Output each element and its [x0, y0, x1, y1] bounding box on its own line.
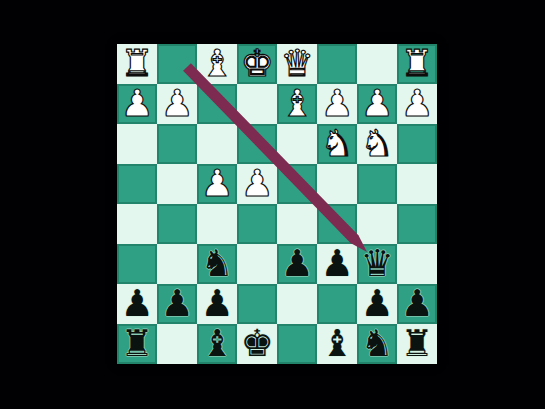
white-pawn[interactable]: ♟ — [200, 165, 233, 202]
square-d6[interactable]: ♟ — [277, 244, 317, 284]
video-frame: ♜♝♚♛♜♟♟♝♟♟♟♞♞♟♟♞♟♟♛♟♟♟♟♟♜♝♚♝♞♜ — [0, 0, 545, 409]
white-pawn[interactable]: ♟ — [400, 85, 433, 122]
square-e1[interactable]: ♚ — [237, 44, 277, 84]
square-d1[interactable]: ♛ — [277, 44, 317, 84]
white-bishop[interactable]: ♝ — [280, 85, 313, 122]
square-b3[interactable]: ♞ — [357, 124, 397, 164]
square-d4[interactable] — [277, 164, 317, 204]
square-f1[interactable]: ♝ — [197, 44, 237, 84]
square-c8[interactable]: ♝ — [317, 324, 357, 364]
square-f7[interactable]: ♟ — [197, 284, 237, 324]
square-e6[interactable] — [237, 244, 277, 284]
square-g7[interactable]: ♟ — [157, 284, 197, 324]
black-bishop[interactable]: ♝ — [320, 325, 353, 362]
square-h5[interactable] — [117, 204, 157, 244]
square-e3[interactable] — [237, 124, 277, 164]
square-b1[interactable] — [357, 44, 397, 84]
white-king[interactable]: ♚ — [240, 45, 273, 82]
square-d5[interactable] — [277, 204, 317, 244]
white-knight[interactable]: ♞ — [320, 125, 353, 162]
square-a2[interactable]: ♟ — [397, 84, 437, 124]
square-h4[interactable] — [117, 164, 157, 204]
black-pawn[interactable]: ♟ — [320, 245, 353, 282]
square-f8[interactable]: ♝ — [197, 324, 237, 364]
square-f3[interactable] — [197, 124, 237, 164]
square-e4[interactable]: ♟ — [237, 164, 277, 204]
black-pawn[interactable]: ♟ — [200, 285, 233, 322]
square-e2[interactable] — [237, 84, 277, 124]
square-h8[interactable]: ♜ — [117, 324, 157, 364]
square-c2[interactable]: ♟ — [317, 84, 357, 124]
square-d2[interactable]: ♝ — [277, 84, 317, 124]
square-b7[interactable]: ♟ — [357, 284, 397, 324]
white-rook[interactable]: ♜ — [400, 45, 433, 82]
black-pawn[interactable]: ♟ — [400, 285, 433, 322]
black-knight[interactable]: ♞ — [200, 245, 233, 282]
white-knight[interactable]: ♞ — [360, 125, 393, 162]
square-a3[interactable] — [397, 124, 437, 164]
white-bishop[interactable]: ♝ — [200, 45, 233, 82]
square-g3[interactable] — [157, 124, 197, 164]
white-pawn[interactable]: ♟ — [160, 85, 193, 122]
square-g4[interactable] — [157, 164, 197, 204]
white-pawn[interactable]: ♟ — [320, 85, 353, 122]
black-rook[interactable]: ♜ — [400, 325, 433, 362]
square-e7[interactable] — [237, 284, 277, 324]
black-pawn[interactable]: ♟ — [280, 245, 313, 282]
square-h6[interactable] — [117, 244, 157, 284]
square-c5[interactable] — [317, 204, 357, 244]
square-e5[interactable] — [237, 204, 277, 244]
square-c6[interactable]: ♟ — [317, 244, 357, 284]
white-queen[interactable]: ♛ — [280, 45, 313, 82]
square-c3[interactable]: ♞ — [317, 124, 357, 164]
black-pawn[interactable]: ♟ — [120, 285, 153, 322]
square-f5[interactable] — [197, 204, 237, 244]
white-pawn[interactable]: ♟ — [120, 85, 153, 122]
square-c1[interactable] — [317, 44, 357, 84]
square-h3[interactable] — [117, 124, 157, 164]
square-f4[interactable]: ♟ — [197, 164, 237, 204]
chessboard: ♜♝♚♛♜♟♟♝♟♟♟♞♞♟♟♞♟♟♛♟♟♟♟♟♜♝♚♝♞♜ — [117, 44, 437, 364]
square-b4[interactable] — [357, 164, 397, 204]
square-g6[interactable] — [157, 244, 197, 284]
square-b8[interactable]: ♞ — [357, 324, 397, 364]
square-b2[interactable]: ♟ — [357, 84, 397, 124]
square-g1[interactable] — [157, 44, 197, 84]
black-bishop[interactable]: ♝ — [200, 325, 233, 362]
square-a4[interactable] — [397, 164, 437, 204]
square-a8[interactable]: ♜ — [397, 324, 437, 364]
square-d7[interactable] — [277, 284, 317, 324]
black-queen[interactable]: ♛ — [360, 245, 393, 282]
square-a6[interactable] — [397, 244, 437, 284]
black-pawn[interactable]: ♟ — [360, 285, 393, 322]
black-knight[interactable]: ♞ — [360, 325, 393, 362]
black-rook[interactable]: ♜ — [120, 325, 153, 362]
square-c7[interactable] — [317, 284, 357, 324]
square-e8[interactable]: ♚ — [237, 324, 277, 364]
white-pawn[interactable]: ♟ — [240, 165, 273, 202]
black-king[interactable]: ♚ — [240, 325, 273, 362]
square-d8[interactable] — [277, 324, 317, 364]
square-a7[interactable]: ♟ — [397, 284, 437, 324]
white-rook[interactable]: ♜ — [120, 45, 153, 82]
square-b6[interactable]: ♛ — [357, 244, 397, 284]
white-pawn[interactable]: ♟ — [360, 85, 393, 122]
square-a5[interactable] — [397, 204, 437, 244]
square-a1[interactable]: ♜ — [397, 44, 437, 84]
square-h2[interactable]: ♟ — [117, 84, 157, 124]
square-f6[interactable]: ♞ — [197, 244, 237, 284]
square-b5[interactable] — [357, 204, 397, 244]
square-h1[interactable]: ♜ — [117, 44, 157, 84]
square-g5[interactable] — [157, 204, 197, 244]
square-h7[interactable]: ♟ — [117, 284, 157, 324]
square-c4[interactable] — [317, 164, 357, 204]
square-d3[interactable] — [277, 124, 317, 164]
square-g8[interactable] — [157, 324, 197, 364]
square-f2[interactable] — [197, 84, 237, 124]
black-pawn[interactable]: ♟ — [160, 285, 193, 322]
square-g2[interactable]: ♟ — [157, 84, 197, 124]
